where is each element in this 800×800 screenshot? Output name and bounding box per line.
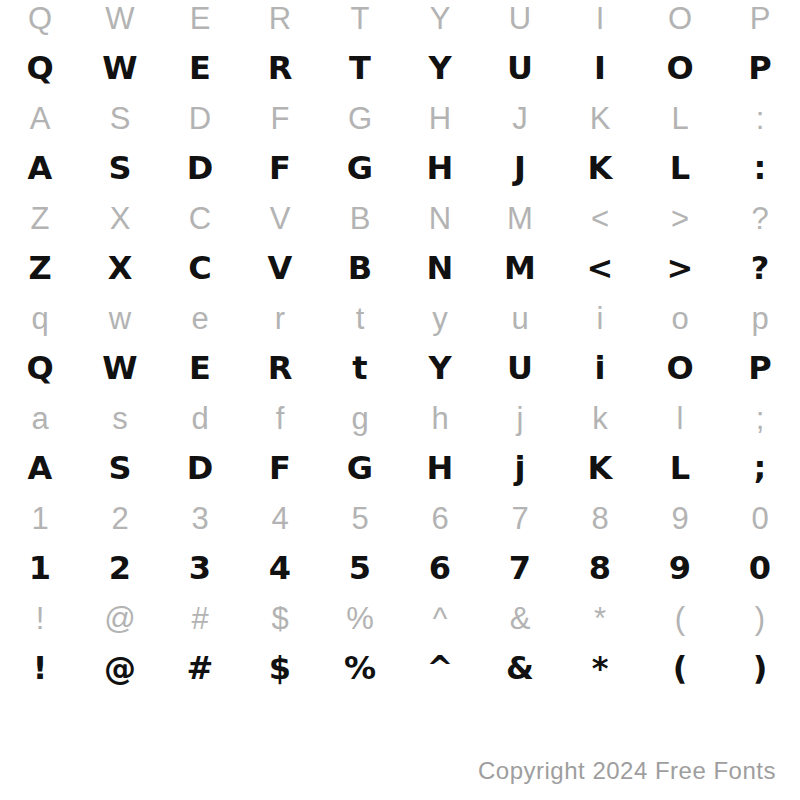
charmap-cell-r7c2: E [160,343,240,393]
charmap-cell-r0c2: E [160,0,240,43]
charmap-cell-r10c9: 0 [720,493,800,543]
charmap-cell-r10c6: 7 [480,493,560,543]
charmap-cell-r2c8: L [640,93,720,143]
charmap-cell-r11c2: 3 [160,543,240,593]
charmap-cell-r8c5: h [400,393,480,443]
charmap-cell-r9c6: j [480,443,560,493]
charmap-cell-r3c9: : [720,143,800,193]
charmap-cell-r13c2: # [160,643,240,693]
charmap-cell-r6c8: o [640,293,720,343]
charmap-cell-r0c9: P [720,0,800,43]
charmap-cell-r12c0: ! [0,593,80,643]
charmap-cell-r10c4: 5 [320,493,400,543]
charmap-cell-r3c7: K [560,143,640,193]
charmap-cell-r12c3: $ [240,593,320,643]
character-grid: QWERTYUIOPQWERTYUIOPASDFGHJKL:ASDFGHJKL:… [0,0,800,693]
charmap-cell-r2c2: D [160,93,240,143]
charmap-cell-r5c4: B [320,243,400,293]
charmap-cell-r3c0: A [0,143,80,193]
charmap-cell-r6c0: q [0,293,80,343]
charmap-cell-r7c7: i [560,343,640,393]
charmap-cell-r10c3: 4 [240,493,320,543]
charmap-cell-r6c6: u [480,293,560,343]
charmap-cell-r8c6: j [480,393,560,443]
charmap-cell-r11c6: 7 [480,543,560,593]
charmap-cell-r1c1: W [80,43,160,93]
charmap-cell-r1c7: I [560,43,640,93]
charmap-cell-r0c1: W [80,0,160,43]
charmap-cell-r5c6: M [480,243,560,293]
charmap-cell-r4c1: X [80,193,160,243]
charmap-cell-r8c2: d [160,393,240,443]
charmap-cell-r13c9: ) [720,643,800,693]
charmap-cell-r0c8: O [640,0,720,43]
copyright-text: Copyright 2024 Free Fonts [478,757,776,785]
charmap-cell-r11c8: 9 [640,543,720,593]
charmap-cell-r3c1: S [80,143,160,193]
charmap-cell-r13c0: ! [0,643,80,693]
charmap-cell-r12c1: @ [80,593,160,643]
charmap-cell-r9c8: L [640,443,720,493]
charmap-cell-r13c4: % [320,643,400,693]
charmap-cell-r7c1: W [80,343,160,393]
charmap-cell-r12c2: # [160,593,240,643]
charmap-cell-r5c8: > [640,243,720,293]
charmap-cell-r5c5: N [400,243,480,293]
charmap-cell-r10c8: 9 [640,493,720,543]
charmap-cell-r9c9: ; [720,443,800,493]
charmap-cell-r9c7: K [560,443,640,493]
charmap-cell-r1c0: Q [0,43,80,93]
charmap-cell-r10c2: 3 [160,493,240,543]
charmap-cell-r0c5: Y [400,0,480,43]
charmap-cell-r13c7: * [560,643,640,693]
charmap-cell-r10c0: 1 [0,493,80,543]
charmap-cell-r5c7: < [560,243,640,293]
charmap-cell-r8c8: l [640,393,720,443]
charmap-cell-r13c6: & [480,643,560,693]
charmap-cell-r11c4: 5 [320,543,400,593]
charmap-cell-r4c6: M [480,193,560,243]
charmap-cell-r4c0: Z [0,193,80,243]
charmap-cell-r4c4: B [320,193,400,243]
charmap-cell-r0c3: R [240,0,320,43]
charmap-cell-r9c1: S [80,443,160,493]
charmap-cell-r13c1: @ [80,643,160,693]
charmap-cell-r8c9: ; [720,393,800,443]
charmap-cell-r11c9: 0 [720,543,800,593]
charmap-cell-r8c1: s [80,393,160,443]
charmap-cell-r2c1: S [80,93,160,143]
charmap-cell-r9c0: A [0,443,80,493]
charmap-cell-r0c0: Q [0,0,80,43]
charmap-cell-r8c0: a [0,393,80,443]
charmap-cell-r6c2: e [160,293,240,343]
charmap-cell-r12c8: ( [640,593,720,643]
charmap-cell-r3c6: J [480,143,560,193]
charmap-cell-r1c6: U [480,43,560,93]
charmap-cell-r8c4: g [320,393,400,443]
charmap-cell-r1c3: R [240,43,320,93]
charmap-cell-r7c6: U [480,343,560,393]
charmap-cell-r4c5: N [400,193,480,243]
charmap-cell-r12c4: % [320,593,400,643]
charmap-cell-r9c2: D [160,443,240,493]
charmap-cell-r3c2: D [160,143,240,193]
charmap-cell-r2c6: J [480,93,560,143]
charmap-cell-r3c8: L [640,143,720,193]
charmap-cell-r6c4: t [320,293,400,343]
charmap-cell-r12c7: * [560,593,640,643]
charmap-cell-r4c8: > [640,193,720,243]
charmap-cell-r8c7: k [560,393,640,443]
charmap-cell-r7c9: P [720,343,800,393]
charmap-cell-r12c9: ) [720,593,800,643]
charmap-cell-r5c2: C [160,243,240,293]
charmap-cell-r2c4: G [320,93,400,143]
charmap-cell-r12c5: ^ [400,593,480,643]
charmap-cell-r2c0: A [0,93,80,143]
charmap-cell-r6c1: w [80,293,160,343]
charmap-cell-r9c5: H [400,443,480,493]
charmap-cell-r4c3: V [240,193,320,243]
charmap-cell-r10c7: 8 [560,493,640,543]
charmap-cell-r11c3: 4 [240,543,320,593]
charmap-cell-r7c0: Q [0,343,80,393]
charmap-cell-r6c9: p [720,293,800,343]
charmap-cell-r1c8: O [640,43,720,93]
charmap-cell-r12c6: & [480,593,560,643]
charmap-cell-r13c5: ^ [400,643,480,693]
charmap-cell-r10c5: 6 [400,493,480,543]
charmap-cell-r11c5: 6 [400,543,480,593]
charmap-cell-r1c4: T [320,43,400,93]
charmap-cell-r3c5: H [400,143,480,193]
charmap-cell-r10c1: 2 [80,493,160,543]
charmap-cell-r7c5: Y [400,343,480,393]
charmap-cell-r6c5: y [400,293,480,343]
charmap-cell-r7c4: t [320,343,400,393]
charmap-cell-r6c3: r [240,293,320,343]
charmap-cell-r11c7: 8 [560,543,640,593]
charmap-cell-r0c7: I [560,0,640,43]
charmap-cell-r5c3: V [240,243,320,293]
charmap-cell-r0c4: T [320,0,400,43]
charmap-cell-r9c3: F [240,443,320,493]
charmap-cell-r5c9: ? [720,243,800,293]
charmap-cell-r13c3: $ [240,643,320,693]
charmap-cell-r2c9: : [720,93,800,143]
charmap-cell-r2c7: K [560,93,640,143]
charmap-cell-r11c0: 1 [0,543,80,593]
charmap-cell-r7c3: R [240,343,320,393]
charmap-cell-r11c1: 2 [80,543,160,593]
charmap-cell-r6c7: i [560,293,640,343]
charmap-cell-r13c8: ( [640,643,720,693]
charmap-cell-r1c2: E [160,43,240,93]
charmap-cell-r2c3: F [240,93,320,143]
charmap-cell-r3c3: F [240,143,320,193]
charmap-cell-r5c0: Z [0,243,80,293]
charmap-cell-r4c2: C [160,193,240,243]
charmap-cell-r3c4: G [320,143,400,193]
charmap-cell-r2c5: H [400,93,480,143]
charmap-cell-r0c6: U [480,0,560,43]
charmap-cell-r8c3: f [240,393,320,443]
charmap-cell-r5c1: X [80,243,160,293]
charmap-cell-r9c4: G [320,443,400,493]
charmap-cell-r1c5: Y [400,43,480,93]
charmap-cell-r7c8: O [640,343,720,393]
charmap-cell-r1c9: P [720,43,800,93]
charmap-cell-r4c7: < [560,193,640,243]
charmap-cell-r4c9: ? [720,193,800,243]
